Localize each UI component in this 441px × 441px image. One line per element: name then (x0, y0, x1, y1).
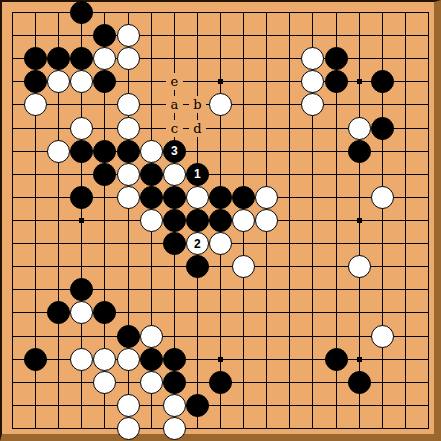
star-point (357, 218, 362, 223)
white-stone (70, 117, 93, 140)
black-stone (47, 47, 70, 70)
move-1-stone: 1 (186, 163, 209, 186)
white-stone (117, 24, 140, 47)
black-stone (163, 186, 186, 209)
black-stone (163, 232, 186, 255)
black-stone (325, 70, 348, 93)
star-point (218, 79, 223, 84)
black-stone (163, 348, 186, 371)
white-stone (301, 47, 324, 70)
black-stone (348, 371, 371, 394)
white-stone (117, 394, 140, 417)
black-stone (186, 255, 209, 278)
black-stone (24, 70, 47, 93)
white-stone (301, 93, 324, 116)
go-board-diagram: eabcd312 (0, 0, 441, 441)
white-stone (209, 93, 232, 116)
black-stone (70, 1, 93, 24)
star-point (357, 79, 362, 84)
black-stone (186, 394, 209, 417)
white-stone (117, 186, 140, 209)
black-stone (163, 371, 186, 394)
black-stone (70, 140, 93, 163)
point-label-e: e (166, 73, 183, 90)
grid-line-vertical (405, 12, 406, 429)
black-stone (209, 186, 232, 209)
black-stone (24, 47, 47, 70)
point-label-c: c (166, 120, 183, 137)
white-stone (163, 417, 186, 440)
white-stone (70, 301, 93, 324)
white-stone (371, 325, 394, 348)
white-stone (140, 140, 163, 163)
move-2-stone: 2 (186, 232, 209, 255)
white-stone (117, 163, 140, 186)
black-stone (140, 348, 163, 371)
star-point (357, 357, 362, 362)
white-stone (47, 70, 70, 93)
black-stone (70, 186, 93, 209)
grid-line-horizontal (12, 428, 429, 429)
star-point (218, 357, 223, 362)
white-stone (140, 209, 163, 232)
black-stone (117, 325, 140, 348)
white-stone (117, 348, 140, 371)
white-stone (163, 163, 186, 186)
black-stone (232, 186, 255, 209)
black-stone (371, 70, 394, 93)
white-stone (255, 209, 278, 232)
star-point (79, 218, 84, 223)
white-stone (232, 255, 255, 278)
grid-line-horizontal (12, 336, 429, 337)
black-stone (93, 301, 116, 324)
white-stone (117, 47, 140, 70)
white-stone (348, 117, 371, 140)
black-stone (93, 163, 116, 186)
white-stone (93, 47, 116, 70)
black-stone (140, 186, 163, 209)
white-stone (117, 117, 140, 140)
black-stone (140, 163, 163, 186)
white-stone (47, 140, 70, 163)
white-stone (140, 325, 163, 348)
black-stone (325, 47, 348, 70)
white-stone (371, 186, 394, 209)
black-stone (348, 140, 371, 163)
white-stone (255, 186, 278, 209)
black-stone (325, 348, 348, 371)
black-stone (371, 117, 394, 140)
black-stone (93, 140, 116, 163)
grid-line-vertical (428, 12, 429, 429)
black-stone (70, 278, 93, 301)
black-stone (24, 348, 47, 371)
white-stone (140, 371, 163, 394)
grid-line-horizontal (12, 405, 429, 406)
white-stone (117, 417, 140, 440)
white-stone (70, 70, 93, 93)
black-stone (93, 70, 116, 93)
white-stone (209, 232, 232, 255)
point-label-a: a (166, 96, 183, 113)
black-stone (209, 371, 232, 394)
black-stone (163, 209, 186, 232)
black-stone (186, 209, 209, 232)
white-stone (93, 348, 116, 371)
white-stone (24, 93, 47, 116)
white-stone (163, 394, 186, 417)
point-label-d: d (189, 120, 206, 137)
white-stone (232, 209, 255, 232)
white-stone (93, 371, 116, 394)
black-stone (47, 301, 70, 324)
grid-line-vertical (289, 12, 290, 429)
white-stone (348, 255, 371, 278)
white-stone (186, 186, 209, 209)
point-label-b: b (189, 96, 206, 113)
white-stone (70, 348, 93, 371)
black-stone (209, 209, 232, 232)
black-stone (93, 24, 116, 47)
black-stone (117, 140, 140, 163)
black-stone (70, 47, 93, 70)
white-stone (301, 70, 324, 93)
white-stone (117, 93, 140, 116)
move-3-stone: 3 (163, 140, 186, 163)
